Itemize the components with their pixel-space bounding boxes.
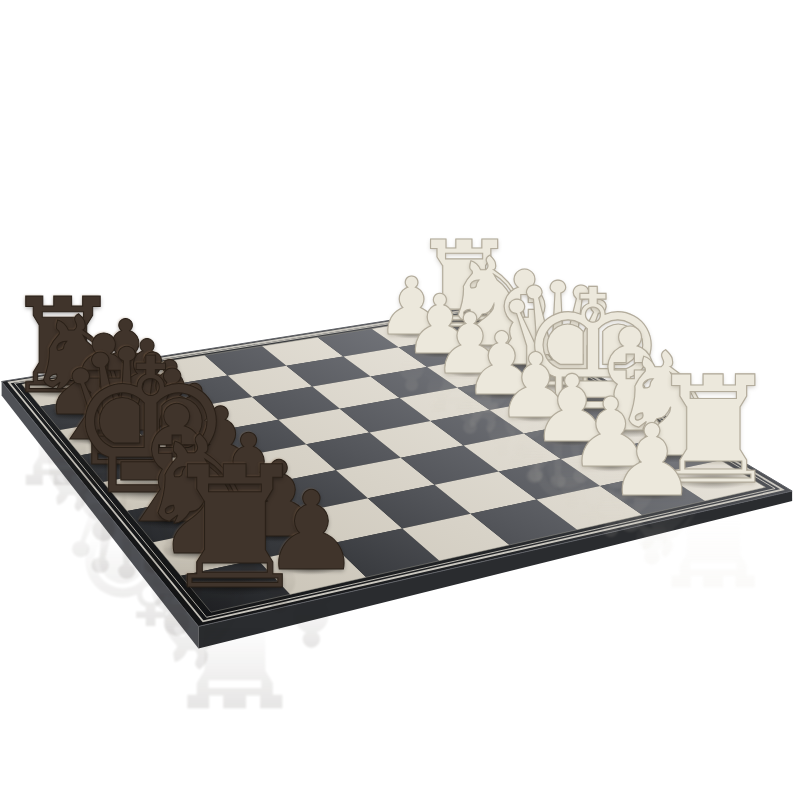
chess-set-photo: ♜♜♞♞♝♝♛♛♚♚♝♝♞♞♜♜♟♟♟♟♟♟♟♟♟♟♟♟♟♟♟♟♟♟♟♟♟♟♟♟… — [0, 0, 800, 800]
pieces-layer: ♜♜♞♞♝♝♛♛♚♚♝♝♞♞♜♜♟♟♟♟♟♟♟♟♟♟♟♟♟♟♟♟♟♟♟♟♟♟♟♟… — [0, 0, 800, 800]
black-rook: ♜ — [159, 445, 310, 614]
white-pawn: ♟ — [608, 411, 697, 510]
chessboard: ♜♜♞♞♝♝♛♛♚♚♝♝♞♞♜♜♟♟♟♟♟♟♟♟♟♟♟♟♟♟♟♟♟♟♟♟♟♟♟♟… — [0, 0, 800, 800]
